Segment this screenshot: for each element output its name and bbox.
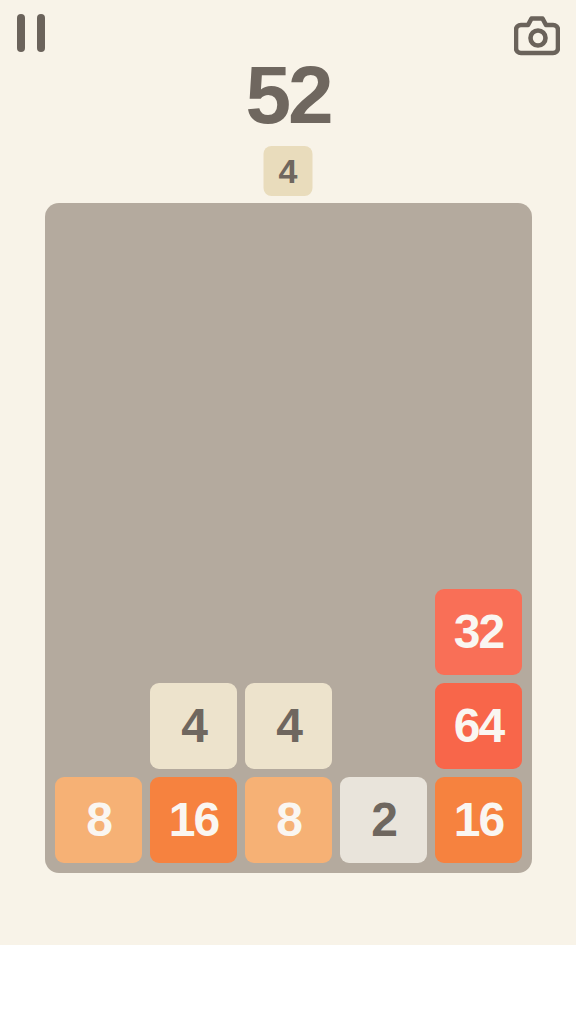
- score: 52: [0, 54, 576, 136]
- tile-4: 4: [245, 683, 332, 769]
- camera-button[interactable]: [514, 13, 560, 57]
- letterbox-strip: [0, 945, 576, 1024]
- app-screen: 52 4 3244648168216: [0, 0, 576, 1024]
- tile-2: 2: [340, 777, 427, 863]
- board[interactable]: 3244648168216: [45, 203, 532, 873]
- pause-icon: [17, 14, 25, 52]
- tile-32: 32: [435, 589, 522, 675]
- tile-8: 8: [55, 777, 142, 863]
- pause-icon: [37, 14, 45, 52]
- tile-16: 16: [435, 777, 522, 863]
- tile-4: 4: [150, 683, 237, 769]
- tile-16: 16: [150, 777, 237, 863]
- next-tile-value: 4: [279, 152, 298, 191]
- pause-button[interactable]: [17, 14, 45, 52]
- camera-icon: [514, 13, 560, 57]
- tile-64: 64: [435, 683, 522, 769]
- game-area: 52 4 3244648168216: [0, 0, 576, 945]
- next-tile-preview: 4: [264, 146, 313, 196]
- tile-8: 8: [245, 777, 332, 863]
